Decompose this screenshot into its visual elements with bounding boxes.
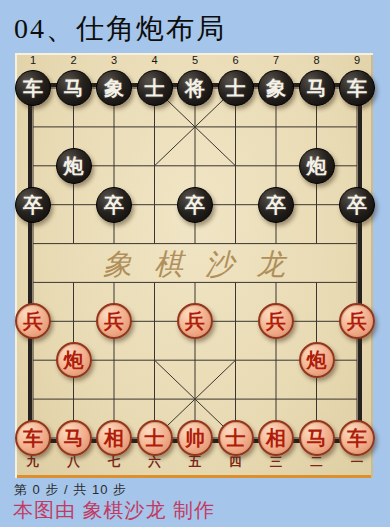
file-label-top-6: 6 (232, 54, 238, 66)
piece-black-马[interactable]: 马 (299, 70, 335, 106)
piece-red-炮[interactable]: 炮 (299, 342, 335, 378)
file-label-top-2: 2 (70, 54, 76, 66)
file-label-top-9: 9 (354, 54, 360, 66)
piece-black-将[interactable]: 将 (177, 70, 213, 106)
board-grid (15, 53, 373, 478)
piece-black-车[interactable]: 车 (339, 70, 375, 106)
file-label-bottom-2: 八 (67, 454, 80, 471)
file-label-bottom-7: 三 (270, 454, 283, 471)
piece-black-卒[interactable]: 卒 (177, 187, 213, 223)
file-label-top-1: 1 (30, 54, 36, 66)
piece-black-卒[interactable]: 卒 (96, 187, 132, 223)
piece-black-象[interactable]: 象 (96, 70, 132, 106)
piece-black-卒[interactable]: 卒 (15, 187, 51, 223)
piece-red-帅[interactable]: 帅 (177, 420, 213, 456)
piece-black-炮[interactable]: 炮 (299, 148, 335, 184)
file-label-bottom-1: 九 (27, 454, 40, 471)
file-label-bottom-4: 六 (148, 454, 161, 471)
file-label-bottom-9: 一 (351, 454, 364, 471)
file-label-bottom-6: 四 (229, 454, 242, 471)
piece-red-相[interactable]: 相 (258, 420, 294, 456)
piece-black-象[interactable]: 象 (258, 70, 294, 106)
file-label-top-7: 7 (273, 54, 279, 66)
piece-red-炮[interactable]: 炮 (56, 342, 92, 378)
file-label-bottom-3: 七 (108, 454, 121, 471)
file-label-top-5: 5 (192, 54, 198, 66)
piece-red-车[interactable]: 车 (339, 420, 375, 456)
file-label-bottom-8: 二 (310, 454, 323, 471)
piece-black-车[interactable]: 车 (15, 70, 51, 106)
piece-black-士[interactable]: 士 (218, 70, 254, 106)
piece-black-卒[interactable]: 卒 (339, 187, 375, 223)
piece-black-炮[interactable]: 炮 (56, 148, 92, 184)
piece-red-士[interactable]: 士 (137, 420, 173, 456)
piece-red-马[interactable]: 马 (299, 420, 335, 456)
piece-red-士[interactable]: 士 (218, 420, 254, 456)
piece-black-马[interactable]: 马 (56, 70, 92, 106)
page: { "page": { "title": "04、仕角炮布局", "step_c… (0, 0, 390, 527)
piece-red-相[interactable]: 相 (96, 420, 132, 456)
piece-black-卒[interactable]: 卒 (258, 187, 294, 223)
piece-red-马[interactable]: 马 (56, 420, 92, 456)
page-title: 04、仕角炮布局 (14, 10, 226, 48)
file-label-top-8: 8 (313, 54, 319, 66)
file-label-top-4: 4 (151, 54, 157, 66)
file-label-top-3: 3 (111, 54, 117, 66)
file-label-bottom-5: 五 (189, 454, 202, 471)
xiangqi-board[interactable]: 象棋沙龙 123456789九八七六五四三二一 车马象士将士象马车炮炮卒卒卒卒卒… (15, 53, 373, 478)
credit-line: 本图由 象棋沙龙 制作 (13, 497, 215, 524)
piece-red-车[interactable]: 车 (15, 420, 51, 456)
piece-black-士[interactable]: 士 (137, 70, 173, 106)
